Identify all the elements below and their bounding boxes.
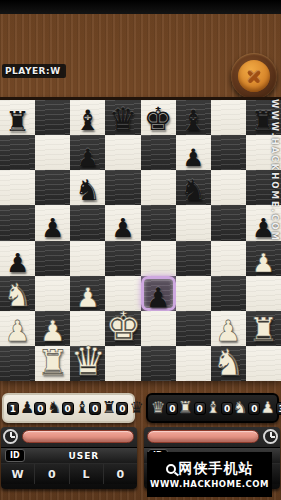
captured-slot-black-pawn: 1♟: [7, 400, 34, 416]
queen-icon: ♛: [129, 400, 143, 416]
piece-white-knight[interactable]: ♞: [211, 345, 246, 381]
piece-black-queen[interactable]: ♛: [105, 104, 140, 135]
piece-black-rook[interactable]: ♜: [0, 108, 35, 135]
loss-label: L: [70, 464, 104, 484]
rook-icon: ♜: [178, 400, 192, 416]
captured-count: 0: [248, 402, 260, 415]
square-g5[interactable]: [211, 205, 246, 240]
square-h3[interactable]: [246, 276, 281, 311]
square-g8[interactable]: [211, 100, 246, 135]
square-a8[interactable]: ♜: [0, 100, 35, 135]
magnifier-icon: [166, 464, 176, 474]
piece-black-bishop[interactable]: ♝: [70, 107, 105, 135]
square-c5[interactable]: [70, 205, 105, 240]
captured-count: 1: [7, 402, 19, 415]
queen-icon: ♛: [151, 400, 165, 416]
square-e6[interactable]: [141, 170, 176, 205]
captured-slot-black-knight: 0♞: [34, 400, 61, 416]
square-b4[interactable]: [35, 241, 70, 276]
square-b7[interactable]: [35, 135, 70, 170]
square-c6[interactable]: ♞: [70, 170, 105, 205]
pawn-icon: ♟: [260, 400, 274, 416]
square-d1[interactable]: [105, 346, 140, 381]
chess-board: ♜♝♛♚♝♜♟♟♞♞♟♟♟♟♟♞♟♟♟♟♚♟♜♜♛♞: [0, 97, 281, 378]
captured-count: 0: [221, 402, 233, 415]
square-d7[interactable]: [105, 135, 140, 170]
piece-white-pawn[interactable]: ♟: [0, 317, 35, 346]
knight-icon: ♞: [233, 400, 247, 416]
pawn-icon: ♟: [20, 400, 34, 416]
piece-black-king[interactable]: ♚: [141, 103, 176, 135]
square-b2[interactable]: ♟: [35, 311, 70, 346]
square-g4[interactable]: [211, 241, 246, 276]
loss-value: 0: [104, 464, 137, 484]
square-a4[interactable]: ♟: [0, 241, 35, 276]
square-f8[interactable]: ♝: [176, 100, 211, 135]
win-label: W: [1, 464, 35, 484]
win-value: 0: [35, 464, 69, 484]
timer-row: [144, 427, 280, 447]
captured-slot-white-knight: ♞0: [233, 400, 260, 416]
captured-slot-black-rook: 0♜: [89, 400, 116, 416]
square-b8[interactable]: [35, 100, 70, 135]
rook-icon: ♜: [102, 400, 116, 416]
square-h2[interactable]: ♜: [246, 311, 281, 346]
captured-count: 0: [116, 402, 128, 415]
square-f7[interactable]: ♟: [176, 135, 211, 170]
square-e8[interactable]: ♚: [141, 100, 176, 135]
piece-white-pawn[interactable]: ♟: [70, 284, 105, 311]
id-row: ID USER: [1, 447, 137, 463]
square-e4[interactable]: [141, 241, 176, 276]
watermark-overlay: 网侠手机站 WWW.HACKHOME.COM: [147, 452, 272, 497]
square-f6[interactable]: ♞: [176, 170, 211, 205]
captured-black-tray: 1♟0♞0♝0♜0♛: [2, 393, 135, 423]
player-turn-label: PLAYER:W: [2, 64, 66, 78]
bishop-icon: ♝: [75, 400, 89, 416]
square-e1[interactable]: [141, 346, 176, 381]
piece-white-pawn[interactable]: ♟: [246, 250, 281, 276]
square-b3[interactable]: [35, 276, 70, 311]
captured-count: 0: [62, 402, 74, 415]
piece-black-pawn[interactable]: ♟: [70, 146, 105, 170]
captured-count: 0: [89, 402, 101, 415]
square-f4[interactable]: [176, 241, 211, 276]
captured-slot-black-queen: 0♛: [116, 400, 143, 416]
captured-slot-white-rook: ♜0: [178, 400, 205, 416]
piece-white-rook[interactable]: ♜: [35, 346, 70, 381]
captured-slot-white-pawn: ♟3: [260, 400, 281, 416]
square-c4[interactable]: [70, 241, 105, 276]
square-d6[interactable]: [105, 170, 140, 205]
square-f3[interactable]: [176, 276, 211, 311]
captured-slot-black-bishop: 0♝: [62, 400, 89, 416]
square-g2[interactable]: ♟: [211, 311, 246, 346]
square-d8[interactable]: ♛: [105, 100, 140, 135]
player-name: USER: [35, 451, 133, 461]
square-a1[interactable]: [0, 346, 35, 381]
piece-white-pawn[interactable]: ♟: [35, 317, 70, 346]
square-b6[interactable]: [35, 170, 70, 205]
square-d5[interactable]: ♟: [105, 205, 140, 240]
clock-icon: [263, 429, 278, 444]
square-h4[interactable]: ♟: [246, 241, 281, 276]
square-h1[interactable]: [246, 346, 281, 381]
piece-black-knight[interactable]: ♞: [176, 176, 211, 205]
square-g3[interactable]: [211, 276, 246, 311]
square-b1[interactable]: ♜: [35, 346, 70, 381]
watermark-site-url: WWW.HACKHOME.COM: [150, 479, 269, 489]
square-e7[interactable]: [141, 135, 176, 170]
piece-white-queen[interactable]: ♛: [70, 341, 105, 381]
piece-black-pawn[interactable]: ♟: [105, 215, 140, 241]
square-f2[interactable]: [176, 311, 211, 346]
square-e5[interactable]: [141, 205, 176, 240]
timer-row: [1, 427, 137, 447]
piece-black-pawn[interactable]: ♟: [176, 146, 211, 170]
square-g1[interactable]: ♞: [211, 346, 246, 381]
square-a3[interactable]: ♞: [0, 276, 35, 311]
piece-white-king[interactable]: ♚: [105, 306, 140, 346]
square-c1[interactable]: ♛: [70, 346, 105, 381]
status-bar: [0, 0, 281, 14]
square-b5[interactable]: ♟: [35, 205, 70, 240]
piece-black-knight[interactable]: ♞: [70, 176, 105, 205]
square-d2[interactable]: ♚: [105, 311, 140, 346]
square-e3[interactable]: ♟: [141, 276, 176, 311]
square-a7[interactable]: [0, 135, 35, 170]
square-g7[interactable]: [211, 135, 246, 170]
piece-black-pawn[interactable]: ♟: [0, 250, 35, 276]
captured-slot-white-bishop: ♝0: [206, 400, 233, 416]
square-c3[interactable]: ♟: [70, 276, 105, 311]
square-f1[interactable]: [176, 346, 211, 381]
captured-white-tray: ♛0♜0♝0♞0♟3: [146, 393, 279, 423]
clock-icon: [3, 429, 18, 444]
player-panel-user: ID USER W 0 L 0: [1, 427, 137, 489]
square-a6[interactable]: [0, 170, 35, 205]
square-a2[interactable]: ♟: [0, 311, 35, 346]
square-c7[interactable]: ♟: [70, 135, 105, 170]
piece-white-rook[interactable]: ♜: [246, 313, 281, 346]
square-c8[interactable]: ♝: [70, 100, 105, 135]
app-screen: PLAYER:W ♜♝♛♚♝♜♟♟♞♞♟♟♟♟♟♞♟♟♟♟♚♟♜♜♛♞ WWW.…: [0, 0, 281, 500]
square-e2[interactable]: [141, 311, 176, 346]
timer-bar: [22, 430, 134, 443]
piece-black-pawn[interactable]: ♟: [35, 215, 70, 241]
square-a5[interactable]: [0, 205, 35, 240]
bishop-icon: ♝: [206, 400, 220, 416]
captured-slot-white-queen: ♛0: [151, 400, 178, 416]
watermark-site-name: 网侠手机站: [166, 460, 254, 478]
piece-white-knight[interactable]: ♞: [0, 279, 35, 311]
piece-black-bishop[interactable]: ♝: [176, 107, 211, 135]
close-button[interactable]: [231, 53, 277, 99]
captured-count: 3: [276, 402, 281, 415]
square-g6[interactable]: [211, 170, 246, 205]
captured-count: 0: [194, 402, 206, 415]
piece-black-pawn[interactable]: ♟: [141, 284, 176, 311]
close-icon: [238, 60, 270, 92]
square-f5[interactable]: [176, 205, 211, 240]
square-d4[interactable]: [105, 241, 140, 276]
side-watermark: WWW.HACKHOME.COM: [270, 99, 280, 242]
timer-bar: [147, 430, 259, 443]
id-label: ID: [5, 449, 25, 462]
captured-count: 0: [166, 402, 178, 415]
score-row: W 0 L 0: [1, 463, 137, 484]
captured-count: 0: [34, 402, 46, 415]
knight-icon: ♞: [47, 400, 61, 416]
